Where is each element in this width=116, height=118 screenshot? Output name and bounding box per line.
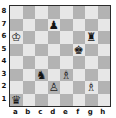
square-e4[interactable] [60, 56, 73, 69]
square-a1[interactable]: ♛ [10, 94, 23, 107]
square-h3[interactable] [98, 69, 111, 82]
square-g3[interactable] [85, 69, 98, 82]
white-king: ♔ [11, 31, 21, 43]
square-d4[interactable] [48, 56, 61, 69]
black-king: ♚ [74, 44, 84, 56]
square-h7[interactable] [98, 19, 111, 32]
square-c3[interactable]: ♞ [35, 69, 48, 82]
square-b8[interactable] [23, 6, 36, 19]
square-d3[interactable] [48, 69, 61, 82]
rank-label-1: 1 [0, 93, 8, 106]
square-a4[interactable] [10, 56, 23, 69]
square-e8[interactable] [60, 6, 73, 19]
square-a3[interactable] [10, 69, 23, 82]
square-b1[interactable] [23, 94, 36, 107]
square-h5[interactable] [98, 44, 111, 57]
square-e5[interactable] [60, 44, 73, 57]
square-h6[interactable] [98, 31, 111, 44]
square-g5[interactable] [85, 44, 98, 57]
file-label-e: e [59, 108, 72, 117]
square-e3[interactable]: ♗ [60, 69, 73, 82]
square-e1[interactable] [60, 94, 73, 107]
square-b5[interactable] [23, 44, 36, 57]
black-knight: ♞ [36, 69, 46, 81]
square-e6[interactable] [60, 31, 73, 44]
square-d6[interactable] [48, 31, 61, 44]
square-h8[interactable] [98, 6, 111, 19]
black-queen: ♛ [11, 94, 21, 106]
square-g6[interactable]: ♜ [85, 31, 98, 44]
file-label-c: c [34, 108, 47, 117]
square-d7[interactable]: ♟ [48, 19, 61, 32]
square-d8[interactable] [48, 6, 61, 19]
rank-label-7: 7 [0, 18, 8, 31]
square-f4[interactable] [73, 56, 86, 69]
square-f5[interactable]: ♚ [73, 44, 86, 57]
square-f1[interactable] [73, 94, 86, 107]
square-e2[interactable] [60, 81, 73, 94]
square-b6[interactable] [23, 31, 36, 44]
square-f3[interactable] [73, 69, 86, 82]
white-pawn: ♙ [49, 81, 59, 93]
rank-label-4: 4 [0, 55, 8, 68]
black-pawn: ♟ [49, 19, 59, 31]
white-bishop: ♗ [61, 69, 71, 81]
rank-label-8: 8 [0, 5, 8, 18]
file-label-b: b [22, 108, 35, 117]
chess-diagram: 87654321 ♟♔♜♚♞♗♙♗♛ abcdefgh [0, 0, 116, 118]
square-d2[interactable]: ♙ [48, 81, 61, 94]
rank-label-2: 2 [0, 80, 8, 93]
square-f2[interactable] [73, 81, 86, 94]
square-g8[interactable] [85, 6, 98, 19]
square-c1[interactable] [35, 94, 48, 107]
square-d1[interactable] [48, 94, 61, 107]
square-f8[interactable] [73, 6, 86, 19]
square-a6[interactable]: ♔ [10, 31, 23, 44]
rank-label-5: 5 [0, 43, 8, 56]
white-bishop: ♗ [86, 81, 96, 93]
file-label-a: a [9, 108, 22, 117]
file-label-h: h [97, 108, 110, 117]
square-h2[interactable] [98, 81, 111, 94]
square-f6[interactable] [73, 31, 86, 44]
square-c8[interactable] [35, 6, 48, 19]
file-label-f: f [72, 108, 85, 117]
square-f7[interactable] [73, 19, 86, 32]
file-labels: abcdefgh [9, 108, 109, 117]
rank-label-3: 3 [0, 68, 8, 81]
square-g1[interactable] [85, 94, 98, 107]
rank-label-6: 6 [0, 30, 8, 43]
black-rook: ♜ [86, 31, 96, 43]
square-b7[interactable] [23, 19, 36, 32]
square-h4[interactable] [98, 56, 111, 69]
square-b2[interactable] [23, 81, 36, 94]
square-c2[interactable] [35, 81, 48, 94]
square-e7[interactable] [60, 19, 73, 32]
square-a2[interactable] [10, 81, 23, 94]
square-g7[interactable] [85, 19, 98, 32]
square-g2[interactable]: ♗ [85, 81, 98, 94]
file-label-g: g [84, 108, 97, 117]
square-d5[interactable] [48, 44, 61, 57]
rank-labels: 87654321 [0, 5, 8, 105]
square-c7[interactable] [35, 19, 48, 32]
square-c4[interactable] [35, 56, 48, 69]
square-a5[interactable] [10, 44, 23, 57]
square-h1[interactable] [98, 94, 111, 107]
square-a8[interactable] [10, 6, 23, 19]
square-c5[interactable] [35, 44, 48, 57]
square-b3[interactable] [23, 69, 36, 82]
square-a7[interactable] [10, 19, 23, 32]
square-g4[interactable] [85, 56, 98, 69]
square-b4[interactable] [23, 56, 36, 69]
square-c6[interactable] [35, 31, 48, 44]
file-label-d: d [47, 108, 60, 117]
chess-board: ♟♔♜♚♞♗♙♗♛ [9, 5, 111, 107]
